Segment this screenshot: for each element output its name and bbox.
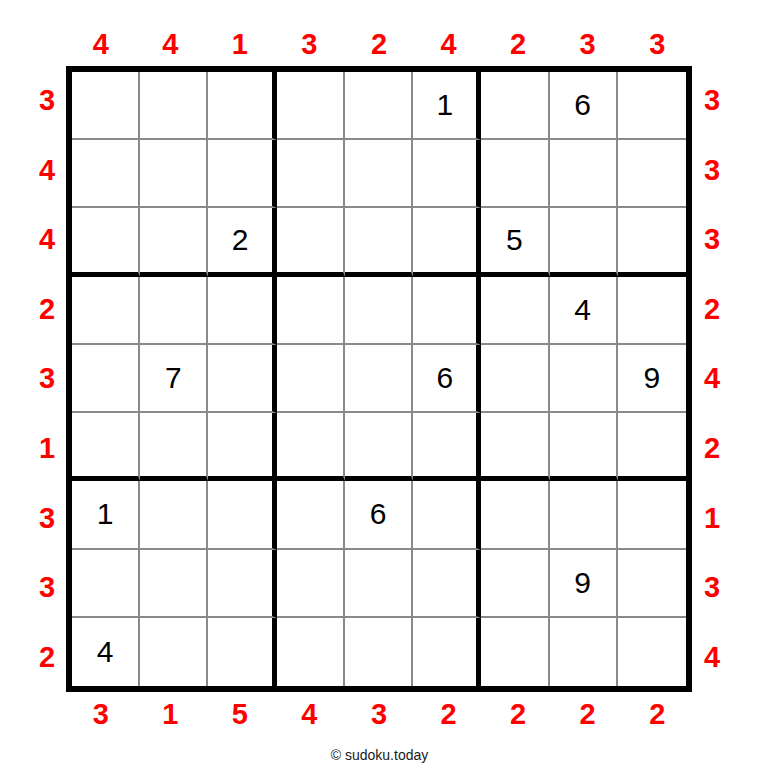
right-clue-4: 2 bbox=[697, 275, 727, 345]
cell-r9c6[interactable] bbox=[413, 618, 481, 686]
cell-r7c3[interactable] bbox=[208, 481, 276, 549]
cell-r5c4[interactable] bbox=[277, 345, 345, 413]
cell-r8c6[interactable] bbox=[413, 550, 481, 618]
top-clue-9: 3 bbox=[622, 24, 692, 64]
puzzle-page: 441324233 344231332 162547691694 3332421… bbox=[0, 0, 759, 779]
top-clue-2: 4 bbox=[136, 24, 206, 64]
left-clue-3: 4 bbox=[32, 205, 62, 275]
cell-r6c6[interactable] bbox=[413, 413, 481, 481]
cell-r5c1[interactable] bbox=[72, 345, 140, 413]
cell-r9c4[interactable] bbox=[277, 618, 345, 686]
cell-r2c1[interactable] bbox=[72, 140, 140, 208]
bottom-clue-5: 3 bbox=[344, 696, 414, 732]
right-clue-6: 2 bbox=[697, 414, 727, 484]
cell-r9c3[interactable] bbox=[208, 618, 276, 686]
cell-r3c1[interactable] bbox=[72, 208, 140, 276]
cell-r3c2[interactable] bbox=[140, 208, 208, 276]
cell-r7c4[interactable] bbox=[277, 481, 345, 549]
cell-r5c7[interactable] bbox=[481, 345, 549, 413]
cell-r1c2[interactable] bbox=[140, 72, 208, 140]
top-clue-3: 1 bbox=[205, 24, 275, 64]
cell-r2c9[interactable] bbox=[618, 140, 686, 208]
bottom-clue-4: 4 bbox=[275, 696, 345, 732]
cell-r2c2[interactable] bbox=[140, 140, 208, 208]
top-clue-7: 2 bbox=[483, 24, 553, 64]
right-clues: 333242134 bbox=[697, 66, 727, 692]
left-clue-8: 3 bbox=[32, 553, 62, 623]
cell-r6c1[interactable] bbox=[72, 413, 140, 481]
sudoku-board: 162547691694 bbox=[66, 66, 692, 692]
cell-r4c3[interactable] bbox=[208, 277, 276, 345]
cell-r5c9: 9 bbox=[618, 345, 686, 413]
cell-r4c6[interactable] bbox=[413, 277, 481, 345]
cell-r8c3[interactable] bbox=[208, 550, 276, 618]
bottom-clue-6: 2 bbox=[414, 696, 484, 732]
cell-r9c2[interactable] bbox=[140, 618, 208, 686]
cell-r8c9[interactable] bbox=[618, 550, 686, 618]
left-clue-4: 2 bbox=[32, 275, 62, 345]
right-clue-5: 4 bbox=[697, 344, 727, 414]
cell-r4c2[interactable] bbox=[140, 277, 208, 345]
bottom-clue-7: 2 bbox=[483, 696, 553, 732]
cell-r3c3: 2 bbox=[208, 208, 276, 276]
left-clue-2: 4 bbox=[32, 136, 62, 206]
top-clue-1: 4 bbox=[66, 24, 136, 64]
cell-r2c6[interactable] bbox=[413, 140, 481, 208]
cell-r1c7[interactable] bbox=[481, 72, 549, 140]
cell-r7c6[interactable] bbox=[413, 481, 481, 549]
right-clue-3: 3 bbox=[697, 205, 727, 275]
cell-r7c8[interactable] bbox=[550, 481, 618, 549]
cell-r1c8: 6 bbox=[550, 72, 618, 140]
bottom-clue-1: 3 bbox=[66, 696, 136, 732]
cell-r6c3[interactable] bbox=[208, 413, 276, 481]
top-clues: 441324233 bbox=[66, 24, 692, 64]
cell-r6c8[interactable] bbox=[550, 413, 618, 481]
cell-r7c1: 1 bbox=[72, 481, 140, 549]
copyright: © sudoku.today bbox=[0, 747, 759, 763]
left-clue-1: 3 bbox=[32, 66, 62, 136]
left-clue-7: 3 bbox=[32, 483, 62, 553]
cell-r5c2: 7 bbox=[140, 345, 208, 413]
cell-r2c3[interactable] bbox=[208, 140, 276, 208]
cell-r3c7: 5 bbox=[481, 208, 549, 276]
cell-r9c7 bbox=[481, 618, 549, 686]
cell-r1c4[interactable] bbox=[277, 72, 345, 140]
top-clue-6: 4 bbox=[414, 24, 484, 64]
cell-r6c5[interactable] bbox=[345, 413, 413, 481]
top-clue-5: 2 bbox=[344, 24, 414, 64]
cell-r2c4[interactable] bbox=[277, 140, 345, 208]
cell-r3c6[interactable] bbox=[413, 208, 481, 276]
cell-r2c7[interactable] bbox=[481, 140, 549, 208]
cell-r8c1[interactable] bbox=[72, 550, 140, 618]
right-clue-9: 4 bbox=[697, 622, 727, 692]
cell-r5c5[interactable] bbox=[345, 345, 413, 413]
cell-r9c9 bbox=[618, 618, 686, 686]
bottom-clue-8: 2 bbox=[553, 696, 623, 732]
right-clue-8: 3 bbox=[697, 553, 727, 623]
cell-r8c7[interactable] bbox=[481, 550, 549, 618]
right-clue-7: 1 bbox=[697, 483, 727, 553]
cell-r6c4[interactable] bbox=[277, 413, 345, 481]
cell-r3c9[interactable] bbox=[618, 208, 686, 276]
bottom-clues: 315432222 bbox=[66, 696, 692, 732]
cell-r4c5[interactable] bbox=[345, 277, 413, 345]
right-clue-1: 3 bbox=[697, 66, 727, 136]
cell-r3c8[interactable] bbox=[550, 208, 618, 276]
left-clue-5: 3 bbox=[32, 344, 62, 414]
right-clue-2: 3 bbox=[697, 136, 727, 206]
cell-r1c9[interactable] bbox=[618, 72, 686, 140]
cell-r2c8[interactable] bbox=[550, 140, 618, 208]
cell-r7c7[interactable] bbox=[481, 481, 549, 549]
cell-r5c6: 6 bbox=[413, 345, 481, 413]
bottom-clue-9: 2 bbox=[622, 696, 692, 732]
cell-r1c5[interactable] bbox=[345, 72, 413, 140]
top-clue-8: 3 bbox=[553, 24, 623, 64]
cell-r9c1: 4 bbox=[72, 618, 140, 686]
cell-r7c9[interactable] bbox=[618, 481, 686, 549]
left-clues: 344231332 bbox=[32, 66, 62, 692]
cell-r1c1[interactable] bbox=[72, 72, 140, 140]
cell-r9c5[interactable] bbox=[345, 618, 413, 686]
cell-r7c2[interactable] bbox=[140, 481, 208, 549]
cell-r6c7[interactable] bbox=[481, 413, 549, 481]
cell-r4c1[interactable] bbox=[72, 277, 140, 345]
cell-r3c4[interactable] bbox=[277, 208, 345, 276]
bottom-clue-3: 5 bbox=[205, 696, 275, 732]
cell-r4c4[interactable] bbox=[277, 277, 345, 345]
cell-r6c2[interactable] bbox=[140, 413, 208, 481]
left-clue-9: 2 bbox=[32, 622, 62, 692]
cell-r1c3[interactable] bbox=[208, 72, 276, 140]
cell-r4c9[interactable] bbox=[618, 277, 686, 345]
cell-r4c7[interactable] bbox=[481, 277, 549, 345]
cell-r3c5[interactable] bbox=[345, 208, 413, 276]
cell-r9c8 bbox=[550, 618, 618, 686]
cell-r4c8: 4 bbox=[550, 277, 618, 345]
cell-r7c5: 6 bbox=[345, 481, 413, 549]
left-clue-6: 1 bbox=[32, 414, 62, 484]
cell-r8c2[interactable] bbox=[140, 550, 208, 618]
top-clue-4: 3 bbox=[275, 24, 345, 64]
cell-r8c8: 9 bbox=[550, 550, 618, 618]
cell-r8c5[interactable] bbox=[345, 550, 413, 618]
cell-r5c8[interactable] bbox=[550, 345, 618, 413]
cell-r2c5[interactable] bbox=[345, 140, 413, 208]
cell-r5c3[interactable] bbox=[208, 345, 276, 413]
bottom-clue-2: 1 bbox=[136, 696, 206, 732]
cell-r1c6: 1 bbox=[413, 72, 481, 140]
cell-r6c9[interactable] bbox=[618, 413, 686, 481]
cell-r8c4[interactable] bbox=[277, 550, 345, 618]
